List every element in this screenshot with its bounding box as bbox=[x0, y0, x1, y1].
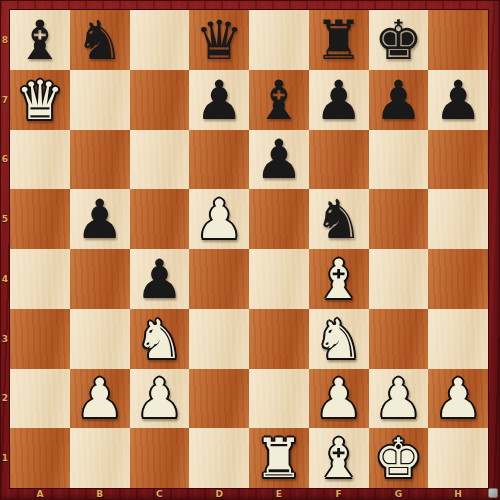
square-d5[interactable]: ♟ bbox=[189, 189, 249, 249]
square-b3[interactable] bbox=[70, 309, 130, 369]
piece-black-queen[interactable]: ♛ bbox=[195, 14, 243, 68]
square-c2[interactable]: ♟ bbox=[130, 369, 190, 429]
square-f8[interactable]: ♜ bbox=[309, 10, 369, 70]
square-e2[interactable] bbox=[249, 369, 309, 429]
file-label-h: H bbox=[428, 488, 488, 500]
square-f4[interactable]: ♝ bbox=[309, 249, 369, 309]
square-g8[interactable]: ♚ bbox=[369, 10, 429, 70]
square-h7[interactable]: ♟ bbox=[428, 70, 488, 130]
piece-white-knight[interactable]: ♞ bbox=[314, 313, 362, 367]
square-f2[interactable]: ♟ bbox=[309, 369, 369, 429]
rank-label-3: 3 bbox=[0, 309, 10, 369]
square-d6[interactable] bbox=[189, 130, 249, 190]
square-b8[interactable]: ♞ bbox=[70, 10, 130, 70]
square-d3[interactable] bbox=[189, 309, 249, 369]
rank-label-7: 7 bbox=[0, 70, 10, 130]
square-g6[interactable] bbox=[369, 130, 429, 190]
square-e8[interactable] bbox=[249, 10, 309, 70]
square-g2[interactable]: ♟ bbox=[369, 369, 429, 429]
square-b1[interactable] bbox=[70, 428, 130, 488]
square-e6[interactable]: ♟ bbox=[249, 130, 309, 190]
piece-black-knight[interactable]: ♞ bbox=[314, 193, 362, 247]
square-a4[interactable] bbox=[10, 249, 70, 309]
square-c7[interactable] bbox=[130, 70, 190, 130]
file-label-a: A bbox=[10, 488, 70, 500]
square-a2[interactable] bbox=[10, 369, 70, 429]
square-g5[interactable] bbox=[369, 189, 429, 249]
piece-black-pawn[interactable]: ♟ bbox=[75, 193, 123, 247]
file-label-g: G bbox=[369, 488, 429, 500]
rank-labels: 87654321 bbox=[0, 10, 10, 488]
square-h1[interactable] bbox=[428, 428, 488, 488]
square-a5[interactable] bbox=[10, 189, 70, 249]
file-label-b: B bbox=[70, 488, 130, 500]
piece-black-bishop[interactable]: ♝ bbox=[16, 14, 64, 68]
piece-white-pawn[interactable]: ♟ bbox=[314, 372, 362, 426]
rank-label-1: 1 bbox=[0, 428, 10, 488]
square-d1[interactable] bbox=[189, 428, 249, 488]
square-e4[interactable] bbox=[249, 249, 309, 309]
file-label-f: F bbox=[309, 488, 369, 500]
square-d4[interactable] bbox=[189, 249, 249, 309]
square-h6[interactable] bbox=[428, 130, 488, 190]
file-labels: ABCDEFGH bbox=[10, 488, 488, 500]
square-a8[interactable]: ♝ bbox=[10, 10, 70, 70]
square-b5[interactable]: ♟ bbox=[70, 189, 130, 249]
piece-white-pawn[interactable]: ♟ bbox=[374, 372, 422, 426]
square-e3[interactable] bbox=[249, 309, 309, 369]
square-d7[interactable]: ♟ bbox=[189, 70, 249, 130]
square-f7[interactable]: ♟ bbox=[309, 70, 369, 130]
piece-black-bishop[interactable]: ♝ bbox=[255, 74, 303, 128]
square-e1[interactable]: ♜ bbox=[249, 428, 309, 488]
square-d8[interactable]: ♛ bbox=[189, 10, 249, 70]
piece-white-rook[interactable]: ♜ bbox=[255, 432, 303, 486]
file-label-c: C bbox=[130, 488, 190, 500]
piece-black-pawn[interactable]: ♟ bbox=[374, 74, 422, 128]
square-g1[interactable]: ♚ bbox=[369, 428, 429, 488]
piece-black-pawn[interactable]: ♟ bbox=[255, 133, 303, 187]
square-h2[interactable]: ♟ bbox=[428, 369, 488, 429]
square-c3[interactable]: ♞ bbox=[130, 309, 190, 369]
piece-black-rook[interactable]: ♜ bbox=[314, 14, 362, 68]
chess-position-screenshot: ♝♞♛♜♚♛♟♝♟♟♟♟♟♟♞♟♝♞♞♟♟♟♟♟♜♝♚ 87654321 ABC… bbox=[0, 0, 500, 500]
piece-white-queen[interactable]: ♛ bbox=[16, 74, 64, 128]
square-a1[interactable] bbox=[10, 428, 70, 488]
rank-label-5: 5 bbox=[0, 189, 10, 249]
piece-black-pawn[interactable]: ♟ bbox=[314, 74, 362, 128]
square-h5[interactable] bbox=[428, 189, 488, 249]
piece-white-king[interactable]: ♚ bbox=[374, 432, 422, 486]
square-b7[interactable] bbox=[70, 70, 130, 130]
square-e5[interactable] bbox=[249, 189, 309, 249]
square-f3[interactable]: ♞ bbox=[309, 309, 369, 369]
piece-white-bishop[interactable]: ♝ bbox=[314, 253, 362, 307]
square-c8[interactable] bbox=[130, 10, 190, 70]
piece-white-pawn[interactable]: ♟ bbox=[135, 372, 183, 426]
piece-black-king[interactable]: ♚ bbox=[374, 14, 422, 68]
piece-white-pawn[interactable]: ♟ bbox=[195, 193, 243, 247]
square-b2[interactable]: ♟ bbox=[70, 369, 130, 429]
square-g7[interactable]: ♟ bbox=[369, 70, 429, 130]
square-b4[interactable] bbox=[70, 249, 130, 309]
square-f1[interactable]: ♝ bbox=[309, 428, 369, 488]
file-label-d: D bbox=[189, 488, 249, 500]
square-c5[interactable] bbox=[130, 189, 190, 249]
file-label-e: E bbox=[249, 488, 309, 500]
piece-white-pawn[interactable]: ♟ bbox=[434, 372, 482, 426]
square-a7[interactable]: ♛ bbox=[10, 70, 70, 130]
piece-black-pawn[interactable]: ♟ bbox=[135, 253, 183, 307]
square-g3[interactable] bbox=[369, 309, 429, 369]
square-f6[interactable] bbox=[309, 130, 369, 190]
rank-label-2: 2 bbox=[0, 369, 10, 429]
square-d2[interactable] bbox=[189, 369, 249, 429]
square-h3[interactable] bbox=[428, 309, 488, 369]
chess-board: ♝♞♛♜♚♛♟♝♟♟♟♟♟♟♞♟♝♞♞♟♟♟♟♟♜♝♚ bbox=[10, 10, 488, 488]
square-e7[interactable]: ♝ bbox=[249, 70, 309, 130]
piece-white-bishop[interactable]: ♝ bbox=[314, 432, 362, 486]
square-a3[interactable] bbox=[10, 309, 70, 369]
rank-label-8: 8 bbox=[0, 10, 10, 70]
square-h8[interactable] bbox=[428, 10, 488, 70]
square-c6[interactable] bbox=[130, 130, 190, 190]
piece-white-pawn[interactable]: ♟ bbox=[75, 372, 123, 426]
square-c4[interactable]: ♟ bbox=[130, 249, 190, 309]
square-f5[interactable]: ♞ bbox=[309, 189, 369, 249]
rank-label-6: 6 bbox=[0, 130, 10, 190]
square-h4[interactable] bbox=[428, 249, 488, 309]
piece-black-pawn[interactable]: ♟ bbox=[195, 74, 243, 128]
rank-label-4: 4 bbox=[0, 249, 10, 309]
square-c1[interactable] bbox=[130, 428, 190, 488]
square-a6[interactable] bbox=[10, 130, 70, 190]
corner-badge-icon bbox=[488, 488, 498, 498]
square-g4[interactable] bbox=[369, 249, 429, 309]
piece-white-knight[interactable]: ♞ bbox=[135, 313, 183, 367]
piece-black-knight[interactable]: ♞ bbox=[75, 14, 123, 68]
square-b6[interactable] bbox=[70, 130, 130, 190]
piece-black-pawn[interactable]: ♟ bbox=[434, 74, 482, 128]
